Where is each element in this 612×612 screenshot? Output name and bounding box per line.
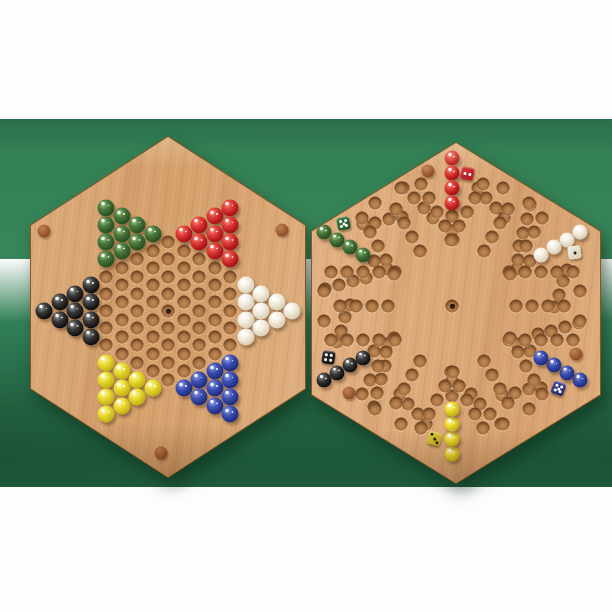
red-marble[interactable] — [445, 166, 460, 181]
white-marble[interactable] — [253, 285, 270, 302]
board-hole[interactable] — [527, 226, 540, 239]
board-hole[interactable] — [373, 266, 386, 279]
die-pip — [560, 384, 564, 388]
board-hole[interactable] — [115, 279, 128, 292]
center-hole[interactable] — [446, 300, 459, 313]
board-hole[interactable] — [494, 383, 507, 396]
board-hole[interactable] — [177, 330, 190, 343]
yellow-marble[interactable] — [129, 389, 146, 406]
board-hole[interactable] — [193, 253, 206, 266]
board-hole[interactable] — [497, 418, 510, 431]
black-marble[interactable] — [51, 311, 68, 328]
green-marble[interactable] — [113, 242, 130, 259]
yellow-marble[interactable] — [113, 380, 130, 397]
board-hole[interactable] — [318, 315, 331, 328]
board-hole[interactable] — [445, 233, 458, 246]
black-die[interactable] — [321, 350, 336, 365]
die-pip — [329, 358, 332, 361]
black-marble[interactable] — [36, 303, 53, 320]
board-hole[interactable] — [422, 192, 435, 205]
board-hole[interactable] — [162, 356, 175, 369]
die-pip — [556, 386, 560, 390]
die-pip — [572, 250, 575, 253]
black-marble[interactable] — [82, 294, 99, 311]
board-hole[interactable] — [325, 334, 338, 347]
board-hole[interactable] — [511, 346, 524, 359]
board-hole[interactable] — [100, 270, 113, 283]
dowel-peg — [570, 348, 583, 361]
board-hole[interactable] — [511, 253, 524, 266]
board-hole[interactable] — [398, 216, 411, 229]
red-marble[interactable] — [222, 217, 239, 234]
board-hole[interactable] — [115, 313, 128, 326]
black-marble[interactable] — [51, 294, 68, 311]
board-surface — [312, 143, 600, 483]
black-marble[interactable] — [355, 350, 370, 365]
die-pip — [430, 432, 434, 436]
white-marble[interactable] — [284, 303, 301, 320]
blue-marble[interactable] — [206, 380, 223, 397]
red-marble[interactable] — [206, 225, 223, 242]
white-marble[interactable] — [534, 247, 549, 262]
green-marble[interactable] — [98, 251, 115, 268]
board-hole[interactable] — [478, 244, 491, 257]
board-hole[interactable] — [162, 322, 175, 335]
black-marble[interactable] — [67, 303, 84, 320]
blue-marble[interactable] — [222, 406, 239, 423]
board-hole[interactable] — [162, 270, 175, 283]
yellow-marble[interactable] — [113, 397, 130, 414]
yellow-marble[interactable] — [144, 380, 161, 397]
white-marble[interactable] — [237, 277, 254, 294]
dowel-peg — [343, 387, 356, 400]
board-hole[interactable] — [224, 270, 237, 283]
dowel-peg — [422, 165, 435, 178]
board-hole[interactable] — [414, 244, 427, 257]
board-hole[interactable] — [364, 373, 377, 386]
board-hole[interactable] — [366, 300, 379, 313]
green-die[interactable] — [335, 215, 350, 230]
board-hole[interactable] — [100, 322, 113, 335]
white-marble[interactable] — [560, 232, 575, 247]
yellow-marble[interactable] — [113, 363, 130, 380]
board-hole[interactable] — [131, 356, 144, 369]
board-hole[interactable] — [461, 394, 474, 407]
board-hole[interactable] — [453, 219, 466, 232]
board-hole[interactable] — [484, 408, 497, 421]
blue-marble[interactable] — [573, 373, 588, 388]
board-hole[interactable] — [208, 279, 221, 292]
board-hole[interactable] — [224, 322, 237, 335]
red-marble[interactable] — [206, 208, 223, 225]
yellow-marble[interactable] — [445, 432, 460, 447]
black-marble[interactable] — [67, 285, 84, 302]
board-hole[interactable] — [224, 305, 237, 318]
board-hole[interactable] — [162, 287, 175, 300]
board-hole[interactable] — [522, 196, 535, 209]
white-marble[interactable] — [547, 240, 562, 255]
board-hole[interactable] — [177, 365, 190, 378]
board-hole[interactable] — [438, 380, 451, 393]
white-marble[interactable] — [573, 225, 588, 240]
board-hole[interactable] — [567, 266, 580, 279]
board-hole[interactable] — [356, 212, 369, 225]
board-hole[interactable] — [131, 305, 144, 318]
board-hole[interactable] — [131, 270, 144, 283]
red-marble[interactable] — [445, 151, 460, 166]
board-hole[interactable] — [574, 315, 587, 328]
board-hole[interactable] — [146, 365, 159, 378]
board-hole[interactable] — [394, 181, 407, 194]
board-hole[interactable] — [146, 296, 159, 309]
board-hole[interactable] — [115, 348, 128, 361]
red-marble[interactable] — [445, 196, 460, 211]
board-hole[interactable] — [526, 300, 539, 313]
board-hole[interactable] — [369, 403, 382, 416]
board-hole[interactable] — [318, 285, 331, 298]
black-marble[interactable] — [82, 328, 99, 345]
board-hole[interactable] — [371, 386, 384, 399]
board-hole[interactable] — [131, 339, 144, 352]
board-hole[interactable] — [535, 212, 548, 225]
board-hole[interactable] — [535, 266, 548, 279]
board-hole[interactable] — [535, 387, 548, 400]
board-hole[interactable] — [422, 407, 435, 420]
white-marble[interactable] — [268, 311, 285, 328]
board-hole[interactable] — [551, 334, 564, 347]
board-hole[interactable] — [519, 360, 532, 373]
yellow-marble[interactable] — [98, 389, 115, 406]
die-pip — [552, 388, 556, 392]
board-hole[interactable] — [390, 203, 403, 216]
red-marble[interactable] — [191, 217, 208, 234]
board-hole[interactable] — [502, 396, 515, 409]
board-hole[interactable] — [446, 366, 459, 379]
board-hole[interactable] — [369, 196, 382, 209]
board-hole[interactable] — [558, 300, 571, 313]
die-pip — [338, 219, 341, 222]
board-hole[interactable] — [177, 262, 190, 275]
white-marble[interactable] — [253, 320, 270, 337]
board-hole[interactable] — [193, 356, 206, 369]
board-hole[interactable] — [208, 262, 221, 275]
die-pip — [323, 358, 326, 361]
board-hole[interactable] — [406, 230, 419, 243]
board-hole[interactable] — [177, 348, 190, 361]
board-hole[interactable] — [162, 253, 175, 266]
board-hole[interactable] — [406, 369, 419, 382]
board-hole[interactable] — [503, 267, 516, 280]
board-hole[interactable] — [373, 334, 386, 347]
red-marble[interactable] — [222, 199, 239, 216]
die-pip — [432, 436, 436, 440]
board-hole[interactable] — [453, 380, 466, 393]
die-pip — [463, 171, 467, 175]
board-hole[interactable] — [162, 339, 175, 352]
green-marble[interactable] — [98, 234, 115, 251]
yellow-marble[interactable] — [445, 447, 460, 462]
board-hole[interactable] — [574, 285, 587, 298]
board-hole[interactable] — [372, 239, 385, 252]
blue-marble[interactable] — [175, 380, 192, 397]
board-hole[interactable] — [333, 278, 346, 291]
die-pip — [324, 352, 327, 355]
red-marble[interactable] — [206, 242, 223, 259]
die-pip — [339, 225, 342, 228]
board-hole[interactable] — [177, 313, 190, 326]
board-hole[interactable] — [542, 300, 555, 313]
white-marble[interactable] — [268, 294, 285, 311]
white-die[interactable] — [567, 245, 582, 260]
board-hole[interactable] — [115, 296, 128, 309]
board-hole[interactable] — [522, 403, 535, 416]
board-hole[interactable] — [477, 421, 490, 434]
yellow-marble[interactable] — [98, 406, 115, 423]
board-hole[interactable] — [430, 394, 443, 407]
dowel-peg — [155, 447, 168, 460]
board-hole[interactable] — [177, 279, 190, 292]
board-hole[interactable] — [527, 373, 540, 386]
blue-marble[interactable] — [222, 354, 239, 371]
board-hole[interactable] — [558, 321, 571, 334]
board-hole[interactable] — [551, 266, 564, 279]
board-hole[interactable] — [503, 332, 516, 345]
board-surface — [31, 137, 305, 477]
black-marble[interactable] — [82, 311, 99, 328]
red-marble[interactable] — [222, 234, 239, 251]
green-marble[interactable] — [129, 217, 146, 234]
board-hole[interactable] — [414, 355, 427, 368]
die-pip — [554, 382, 558, 386]
board-hole[interactable] — [177, 244, 190, 257]
yellow-marble[interactable] — [98, 371, 115, 388]
board-hole[interactable] — [357, 266, 370, 279]
board-hole[interactable] — [193, 305, 206, 318]
yellow-marble[interactable] — [445, 417, 460, 432]
dowel-peg — [276, 224, 289, 237]
board-hole[interactable] — [115, 262, 128, 275]
board-hole[interactable] — [382, 300, 395, 313]
board-hole[interactable] — [389, 334, 402, 347]
board-hole[interactable] — [394, 418, 407, 431]
board-hole[interactable] — [469, 192, 482, 205]
blue-marble[interactable] — [191, 389, 208, 406]
board-hole[interactable] — [357, 334, 370, 347]
board-hole[interactable] — [380, 346, 393, 359]
blue-marble[interactable] — [206, 363, 223, 380]
board-hole[interactable] — [224, 287, 237, 300]
board-hole[interactable] — [388, 267, 401, 280]
board-hole[interactable] — [390, 396, 403, 409]
green-marble[interactable] — [144, 225, 161, 242]
board-hole[interactable] — [208, 348, 221, 361]
red-marble[interactable] — [175, 225, 192, 242]
board-hole[interactable] — [100, 305, 113, 318]
board-hole[interactable] — [519, 334, 532, 347]
board-hole[interactable] — [469, 407, 482, 420]
white-marble[interactable] — [253, 303, 270, 320]
black-marble[interactable] — [82, 277, 99, 294]
board-hole[interactable] — [208, 296, 221, 309]
white-marble[interactable] — [237, 311, 254, 328]
board-hole[interactable] — [162, 373, 175, 386]
board-hole[interactable] — [356, 387, 369, 400]
green-marble[interactable] — [355, 247, 370, 262]
board-hole[interactable] — [177, 296, 190, 309]
board-hole[interactable] — [100, 287, 113, 300]
blue-die[interactable] — [550, 380, 567, 397]
board-hole[interactable] — [486, 369, 499, 382]
blue-marble[interactable] — [534, 350, 549, 365]
board-hole[interactable] — [334, 300, 347, 313]
board-hole[interactable] — [519, 266, 532, 279]
blue-marble[interactable] — [222, 371, 239, 388]
board-hole[interactable] — [341, 334, 354, 347]
board-hole[interactable] — [494, 216, 507, 229]
board-hole[interactable] — [162, 236, 175, 249]
board-hole[interactable] — [100, 339, 113, 352]
board-hole[interactable] — [193, 287, 206, 300]
board-hole[interactable] — [372, 360, 385, 373]
board-hole[interactable] — [208, 330, 221, 343]
red-die[interactable] — [459, 165, 474, 180]
board-hole[interactable] — [193, 339, 206, 352]
board-hole[interactable] — [375, 373, 388, 386]
yellow-marble[interactable] — [129, 371, 146, 388]
yellow-die[interactable] — [426, 430, 442, 446]
dowel-peg — [38, 225, 51, 238]
board-hole[interactable] — [146, 244, 159, 257]
board-hole[interactable] — [131, 287, 144, 300]
blue-marble[interactable] — [560, 365, 575, 380]
board-hole[interactable] — [146, 330, 159, 343]
board-hole[interactable] — [193, 270, 206, 283]
board-hole[interactable] — [461, 205, 474, 218]
board-hole[interactable] — [414, 421, 427, 434]
board-hole[interactable] — [535, 334, 548, 347]
board-hole[interactable] — [520, 213, 533, 226]
blue-marble[interactable] — [547, 358, 562, 373]
board-hole[interactable] — [364, 226, 377, 239]
blue-marble[interactable] — [222, 389, 239, 406]
white-marble[interactable] — [237, 328, 254, 345]
red-marble[interactable] — [222, 251, 239, 268]
board-hole[interactable] — [325, 266, 338, 279]
board-hole[interactable] — [350, 300, 363, 313]
board-hole[interactable] — [224, 339, 237, 352]
die-pip — [341, 221, 344, 224]
yellow-marble[interactable] — [445, 402, 460, 417]
board-hole[interactable] — [341, 266, 354, 279]
board-hole[interactable] — [497, 181, 510, 194]
board-hole[interactable] — [146, 262, 159, 275]
blue-marble[interactable] — [191, 371, 208, 388]
board-hole[interactable] — [567, 334, 580, 347]
red-marble[interactable] — [445, 181, 460, 196]
black-marble[interactable] — [67, 320, 84, 337]
board-hole[interactable] — [519, 239, 532, 252]
chinese-checkers-board — [30, 136, 306, 478]
die-pip — [468, 172, 472, 176]
board-hole[interactable] — [115, 330, 128, 343]
red-marble[interactable] — [191, 234, 208, 251]
die-pip — [344, 218, 347, 221]
board-hole[interactable] — [398, 383, 411, 396]
blue-marble[interactable] — [206, 397, 223, 414]
die-pip — [558, 390, 562, 394]
board-hole[interactable] — [414, 178, 427, 191]
board-hole[interactable] — [208, 313, 221, 326]
green-marble[interactable] — [113, 225, 130, 242]
board-hole[interactable] — [131, 322, 144, 335]
green-marble[interactable] — [129, 234, 146, 251]
board-hole[interactable] — [146, 348, 159, 361]
board-hole[interactable] — [478, 355, 491, 368]
white-marble[interactable] — [237, 294, 254, 311]
die-pip — [434, 440, 438, 444]
green-marble[interactable] — [98, 199, 115, 216]
board-hole[interactable] — [510, 300, 523, 313]
aggravation-board — [311, 142, 601, 484]
board-hole[interactable] — [477, 178, 490, 191]
die-pip — [329, 353, 332, 356]
yellow-marble[interactable] — [98, 354, 115, 371]
board-hole[interactable] — [193, 322, 206, 335]
board-hole[interactable] — [502, 203, 515, 216]
center-hole[interactable] — [162, 305, 175, 318]
board-hole[interactable] — [438, 219, 451, 232]
board-hole[interactable] — [486, 230, 499, 243]
die-pip — [345, 224, 348, 227]
board-hole[interactable] — [380, 253, 393, 266]
board-hole[interactable] — [146, 313, 159, 326]
green-marble[interactable] — [113, 208, 130, 225]
board-hole[interactable] — [146, 279, 159, 292]
board-hole[interactable] — [430, 205, 443, 218]
green-marble[interactable] — [98, 217, 115, 234]
board-hole[interactable] — [131, 253, 144, 266]
